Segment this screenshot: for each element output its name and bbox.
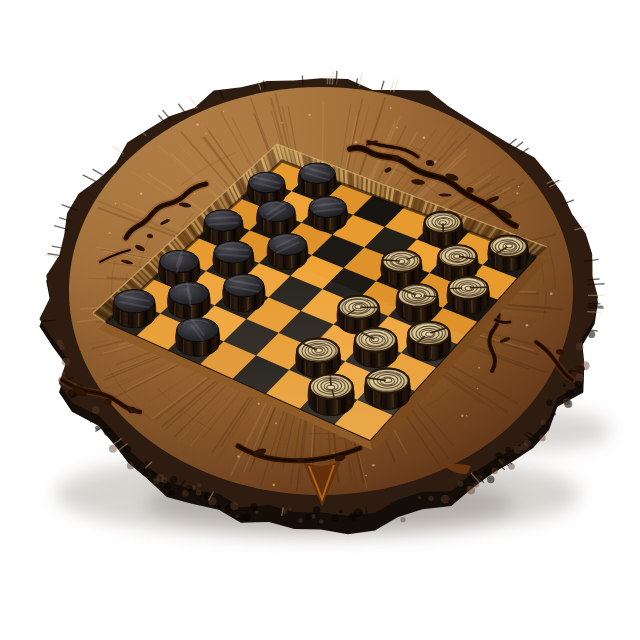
checkers-board-photo — [0, 0, 640, 640]
checker-piece-dark[interactable] — [298, 163, 336, 197]
checker-piece-dark[interactable] — [223, 274, 265, 312]
checker-piece-dark[interactable] — [213, 241, 254, 277]
checker-piece-light[interactable] — [396, 284, 439, 322]
checker-piece-light[interactable] — [423, 212, 463, 248]
checker-piece-light[interactable] — [353, 328, 397, 368]
checker-piece-light[interactable] — [447, 276, 489, 314]
checker-piece-light[interactable] — [381, 250, 422, 287]
checker-piece-dark[interactable] — [176, 318, 220, 357]
checker-piece-light[interactable] — [296, 338, 341, 377]
checker-piece-light[interactable] — [364, 368, 410, 409]
checker-piece-dark[interactable] — [159, 250, 200, 287]
checker-piece-dark[interactable] — [113, 290, 156, 328]
checker-piece-dark[interactable] — [308, 196, 347, 231]
checker-piece-light[interactable] — [308, 374, 354, 415]
checker-piece-dark[interactable] — [168, 281, 211, 319]
scene — [0, 0, 640, 640]
checker-piece-light[interactable] — [488, 235, 529, 271]
checker-piece-dark[interactable] — [203, 210, 243, 245]
checker-piece-light[interactable] — [407, 321, 451, 361]
checker-piece-dark[interactable] — [267, 233, 308, 269]
checker-piece-dark[interactable] — [257, 200, 296, 234]
